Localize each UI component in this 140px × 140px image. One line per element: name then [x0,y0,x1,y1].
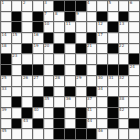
white-cell-r10c6[interactable] [54,97,64,107]
black-cell-r2c12 [119,12,129,22]
clue-number: 6 [130,1,133,5]
clue-number: 12 [98,22,103,26]
black-cell-r7c1 [1,65,11,75]
black-cell-r6c1 [1,54,11,64]
black-cell-r12c6 [54,119,64,129]
clue-number: 23 [12,54,17,58]
black-cell-r12c2 [12,119,22,129]
white-cell-r13c11[interactable] [108,129,118,139]
black-cell-r2c7 [65,12,75,22]
clue-number: 27 [34,76,39,80]
white-cell-r7c2[interactable] [12,65,22,75]
white-cell-r12c7[interactable] [65,119,75,129]
clue-number: 34 [98,87,103,91]
white-cell-r2c8[interactable]: 9 [76,12,86,22]
clue-number: 5 [108,1,111,5]
black-cell-r1c8 [76,1,86,11]
black-cell-r10c11 [108,97,118,107]
white-cell-r1c3[interactable]: 2 [22,1,32,11]
clue-number: 2 [23,1,26,5]
black-cell-r12c11 [108,119,118,129]
white-cell-r5c4[interactable]: 19 [33,44,43,54]
black-cell-r11c3 [22,108,32,118]
white-cell-r4c8[interactable] [76,33,86,43]
white-cell-r6c9[interactable] [87,54,97,64]
white-cell-r11c10[interactable] [97,108,107,118]
white-cell-r8c3[interactable]: 26 [22,76,32,86]
black-cell-r7c3 [22,65,32,75]
clue-number: 8 [55,12,58,16]
white-cell-r12c10[interactable] [97,119,107,129]
clue-number: 33 [2,87,7,91]
white-cell-r13c3[interactable] [22,129,32,139]
clue-number: 21 [87,44,92,48]
clue-number: 18 [2,44,7,48]
crossword-grid: 1234567891011121314151617181920212223242… [0,0,140,140]
white-cell-r2c9[interactable] [87,12,97,22]
white-cell-r6c10[interactable] [97,54,107,64]
white-cell-r3c8[interactable] [76,22,86,32]
white-cell-r6c3[interactable] [22,54,32,64]
clue-number: 28 [55,76,60,80]
white-cell-r3c6[interactable] [54,22,64,32]
black-cell-r7c12 [119,65,129,75]
white-cell-r5c12[interactable]: 22 [119,44,129,54]
white-cell-r9c13[interactable] [129,87,139,97]
clue-number: 44 [87,119,92,123]
clue-number: 35 [44,97,49,101]
black-cell-r3c2 [12,22,22,32]
white-cell-r13c1[interactable]: 45 [1,129,11,139]
clue-number: 16 [34,33,39,37]
white-cell-r10c13[interactable] [129,97,139,107]
white-cell-r8c12[interactable]: 32 [119,76,129,86]
white-cell-r9c2[interactable] [12,87,22,97]
white-cell-r9c1[interactable]: 33 [1,87,11,97]
white-cell-r1c1[interactable]: 1 [1,1,11,11]
clue-number: 45 [2,129,7,133]
white-cell-r3c10[interactable]: 12 [97,22,107,32]
clue-number: 14 [2,33,7,37]
white-cell-r8c7[interactable] [65,76,75,86]
white-cell-r10c5[interactable]: 35 [44,97,54,107]
white-cell-r4c1[interactable]: 14 [1,33,11,43]
white-cell-r13c5[interactable] [44,129,54,139]
black-cell-r3c11 [108,22,118,32]
white-cell-r12c1[interactable] [1,119,11,129]
black-cell-r7c4 [33,65,43,75]
white-cell-r10c3[interactable] [22,97,32,107]
black-cell-r10c4 [33,97,43,107]
clue-number: 38 [119,97,124,101]
white-cell-r4c6[interactable] [54,33,64,43]
white-cell-r11c1[interactable]: 39 [1,108,11,118]
white-cell-r3c5[interactable]: 10 [44,22,54,32]
white-cell-r1c13[interactable]: 6 [129,1,139,11]
black-cell-r1c6 [54,1,64,11]
white-cell-r1c11[interactable]: 5 [108,1,118,11]
white-cell-r2c13[interactable] [129,12,139,22]
clue-number: 40 [34,108,39,112]
clue-number: 43 [23,119,28,123]
white-cell-r6c7[interactable] [65,54,75,64]
clue-number: 15 [12,33,17,37]
clue-number: 37 [87,97,92,101]
white-cell-r10c12[interactable]: 38 [119,97,129,107]
white-cell-r11c7[interactable] [65,108,75,118]
clue-number: 20 [44,44,49,48]
white-cell-r4c10[interactable]: 17 [97,33,107,43]
white-cell-r1c12[interactable] [119,1,129,11]
black-cell-r4c5 [44,33,54,43]
white-cell-r3c1[interactable] [1,22,11,32]
white-cell-r11c5[interactable] [44,108,54,118]
clue-number: 1 [2,1,5,5]
white-cell-r11c4[interactable]: 40 [33,108,43,118]
white-cell-r6c4[interactable] [33,54,43,64]
black-cell-r2c10 [97,12,107,22]
white-cell-r9c4[interactable] [33,87,43,97]
black-cell-r13c9 [87,129,97,139]
white-cell-r8c13[interactable] [129,76,139,86]
black-cell-r1c7 [65,1,75,11]
white-cell-r6c2[interactable]: 23 [12,54,22,64]
black-cell-r7c11 [108,65,118,75]
clue-number: 24 [130,65,135,69]
white-cell-r12c5[interactable] [44,119,54,129]
white-cell-r5c9[interactable]: 21 [87,44,97,54]
white-cell-r3c12[interactable]: 13 [119,22,129,32]
white-cell-r1c5[interactable]: 3 [44,1,54,11]
white-cell-r7c9[interactable] [87,65,97,75]
white-cell-r3c13[interactable] [129,22,139,32]
black-cell-r11c8 [76,108,86,118]
white-cell-r1c9[interactable]: 4 [87,1,97,11]
clue-number: 46 [98,129,103,133]
clue-number: 7 [44,12,47,16]
clue-number: 22 [119,44,124,48]
black-cell-r3c4 [33,22,43,32]
black-cell-r12c4 [33,119,43,129]
black-cell-r11c11 [108,108,118,118]
white-cell-r13c2[interactable] [12,129,22,139]
white-cell-r3c7[interactable]: 11 [65,22,75,32]
white-cell-r5c10[interactable] [97,44,107,54]
clue-number: 13 [119,22,124,26]
black-cell-r7c8 [76,65,86,75]
white-cell-r8c1[interactable]: 25 [1,76,11,86]
white-cell-r11c12[interactable]: 42 [119,108,129,118]
white-cell-r11c2[interactable] [12,108,22,118]
clue-number: 36 [66,97,71,101]
black-cell-r10c2 [12,97,22,107]
black-cell-r7c10 [97,65,107,75]
white-cell-r8c9[interactable] [87,76,97,86]
clue-number: 26 [23,76,28,80]
white-cell-r4c12[interactable] [119,33,129,43]
white-cell-r7c5[interactable] [44,65,54,75]
clue-number: 19 [34,44,39,48]
white-cell-r1c10[interactable] [97,1,107,11]
clue-number: 9 [76,12,79,16]
white-cell-r8c2[interactable] [12,76,22,86]
clue-number: 29 [76,76,81,80]
white-cell-r8c5[interactable] [44,76,54,86]
white-cell-r4c13[interactable] [129,33,139,43]
black-cell-r13c6 [54,129,64,139]
white-cell-r2c3[interactable] [22,12,32,22]
black-cell-r13c7 [65,129,75,139]
black-cell-r11c6 [54,108,64,118]
clue-number: 10 [44,22,49,26]
white-cell-r8c10[interactable]: 30 [97,76,107,86]
white-cell-r10c7[interactable]: 36 [65,97,75,107]
white-cell-r5c1[interactable]: 18 [1,44,11,54]
black-cell-r5c8 [76,44,86,54]
clue-number: 42 [119,108,124,112]
white-cell-r13c12[interactable] [119,129,129,139]
white-cell-r5c13[interactable] [129,44,139,54]
white-cell-r8c11[interactable]: 31 [108,76,118,86]
white-cell-r11c13[interactable] [129,108,139,118]
white-cell-r3c3[interactable] [22,22,32,32]
black-cell-r9c7 [65,87,75,97]
white-cell-r10c1[interactable] [1,97,11,107]
white-cell-r10c8[interactable] [76,97,86,107]
white-cell-r11c9[interactable]: 41 [87,108,97,118]
white-cell-r12c3[interactable]: 43 [22,119,32,129]
white-cell-r6c6[interactable] [54,54,64,64]
black-cell-r2c2 [12,12,22,22]
white-cell-r4c4[interactable]: 16 [33,33,43,43]
black-cell-r5c11 [108,44,118,54]
white-cell-r9c3[interactable] [22,87,32,97]
clue-number: 3 [44,1,47,5]
white-cell-r5c2[interactable] [12,44,22,54]
clue-number: 17 [98,33,103,37]
clue-number: 39 [2,108,7,112]
white-cell-r13c4[interactable] [33,129,43,139]
black-cell-r5c6 [54,44,64,54]
white-cell-r7c13[interactable]: 24 [129,65,139,75]
white-cell-r6c8[interactable] [76,54,86,64]
white-cell-r2c11[interactable] [108,12,118,22]
white-cell-r10c9[interactable]: 37 [87,97,97,107]
black-cell-r12c8 [76,119,86,129]
clue-number: 32 [119,76,124,80]
white-cell-r8c6[interactable]: 28 [54,76,64,86]
black-cell-r9c5 [44,87,54,97]
white-cell-r2c6[interactable]: 8 [54,12,64,22]
clue-number: 30 [98,76,103,80]
clue-number: 4 [87,1,90,5]
white-cell-r12c9[interactable]: 44 [87,119,97,129]
white-cell-r8c8[interactable]: 29 [76,76,86,86]
black-cell-r4c7 [65,33,75,43]
clue-number: 25 [2,76,7,80]
clue-number: 11 [66,22,71,26]
white-cell-r9c6[interactable] [54,87,64,97]
white-cell-r5c5[interactable]: 20 [44,44,54,54]
white-cell-r5c7[interactable] [65,44,75,54]
white-cell-r9c8[interactable] [76,87,86,97]
black-cell-r2c4 [33,12,43,22]
black-cell-r7c6 [54,65,64,75]
white-cell-r2c5[interactable]: 7 [44,12,54,22]
white-cell-r8c4[interactable]: 27 [33,76,43,86]
black-cell-r9c9 [87,87,97,97]
clue-number: 41 [87,108,92,112]
white-cell-r2c1[interactable] [1,12,11,22]
white-cell-r4c2[interactable]: 15 [12,33,22,43]
white-cell-r10c10[interactable] [97,97,107,107]
white-cell-r6c12[interactable] [119,54,129,64]
white-cell-r9c10[interactable]: 34 [97,87,107,97]
white-cell-r6c11[interactable] [108,54,118,64]
black-cell-r4c9 [87,33,97,43]
white-cell-r4c11[interactable] [108,33,118,43]
clue-number: 31 [108,76,113,80]
white-cell-r3c9[interactable] [87,22,97,32]
black-cell-r5c3 [22,44,32,54]
white-cell-r6c5[interactable] [44,54,54,64]
white-cell-r4c3[interactable] [22,33,32,43]
black-cell-r12c13 [129,119,139,129]
black-cell-r6c13 [129,54,139,64]
white-cell-r13c10[interactable]: 46 [97,129,107,139]
white-cell-r13c13[interactable] [129,129,139,139]
white-cell-r12c12[interactable] [119,119,129,129]
white-cell-r1c4[interactable] [33,1,43,11]
black-cell-r13c8 [76,129,86,139]
white-cell-r9c12[interactable] [119,87,129,97]
white-cell-r1c2[interactable] [12,1,22,11]
white-cell-r7c7[interactable] [65,65,75,75]
white-cell-r9c11[interactable] [108,87,118,97]
